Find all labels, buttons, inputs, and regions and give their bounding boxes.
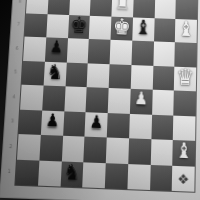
white-bishop[interactable]: ♝ [175,140,192,162]
square-c1[interactable]: ♞ [60,161,83,187]
rank-label: 3 [10,119,14,124]
square-a4[interactable] [20,85,43,110]
square-b3[interactable]: ♟ [41,110,64,136]
rank-label: 4 [12,94,16,99]
square-g6[interactable] [153,41,175,66]
rank-label: 5 [14,70,17,75]
square-a1[interactable] [15,159,39,185]
photo-background: 87654321 ❖ARCHER ♜♚♚♝♝♟♞♛♟♟♟♝♞❖ [0,0,200,200]
square-f2[interactable] [128,138,151,164]
square-d3[interactable]: ♟ [85,112,108,138]
square-e5[interactable] [109,64,132,89]
square-e7[interactable]: ♚ [111,16,133,40]
square-d1[interactable] [82,162,105,188]
white-rook[interactable]: ♜ [114,0,131,13]
rank-label: 1 [7,169,11,174]
square-e6[interactable] [110,40,132,65]
square-h1[interactable]: ❖ [172,165,195,191]
square-f5[interactable] [130,65,152,90]
square-c4[interactable] [64,86,87,111]
black-pawn[interactable]: ♟ [49,39,63,56]
square-c7[interactable]: ♚ [68,15,91,39]
square-b4[interactable] [42,85,65,110]
black-bishop[interactable]: ♝ [135,17,152,38]
square-f4[interactable]: ♟ [130,89,153,114]
square-e3[interactable] [107,113,130,139]
brand-corner-logo-icon: ❖ [177,171,189,185]
square-a2[interactable] [17,134,41,160]
black-pawn[interactable]: ♟ [45,112,60,130]
square-f1[interactable] [127,164,150,190]
square-f7[interactable]: ♝ [132,17,154,41]
rank-label: 7 [17,22,20,27]
square-g3[interactable] [151,114,174,140]
square-g8[interactable] [154,0,176,19]
square-d5[interactable] [87,63,110,88]
rank-label: 8 [18,0,21,3]
square-d8[interactable] [90,0,112,16]
black-knight[interactable]: ♞ [46,61,63,82]
chess-board: 87654321 ❖ARCHER ♜♚♚♝♝♟♞♛♟♟♟♝♞❖ [0,0,200,200]
black-king[interactable]: ♚ [70,13,89,36]
square-h7[interactable]: ♝ [175,19,197,43]
square-g2[interactable] [150,139,173,165]
square-e4[interactable] [108,88,131,113]
square-a8[interactable] [26,0,49,14]
square-b7[interactable] [46,14,69,38]
square-b1[interactable] [38,160,62,186]
square-a3[interactable] [19,109,42,135]
white-king[interactable]: ♚ [113,15,131,38]
square-g5[interactable] [152,65,174,90]
square-h2[interactable]: ♝ [172,140,195,166]
square-e1[interactable] [105,163,128,189]
white-pawn[interactable]: ♟ [134,91,148,109]
square-g4[interactable] [152,90,174,115]
square-f3[interactable] [129,113,152,139]
square-g1[interactable] [150,164,173,190]
black-knight[interactable]: ♞ [63,161,81,183]
square-d2[interactable] [84,137,107,163]
square-b5[interactable]: ♞ [43,61,66,86]
square-e2[interactable] [106,137,129,163]
square-a5[interactable] [22,60,45,85]
square-h5[interactable]: ♛ [174,66,196,91]
square-a6[interactable] [23,37,46,62]
white-bishop[interactable]: ♝ [178,18,194,39]
square-h4[interactable] [174,90,196,115]
black-pawn[interactable]: ♟ [89,114,103,132]
square-b8[interactable] [47,0,70,15]
square-d4[interactable] [86,87,109,112]
square-d6[interactable] [88,39,111,64]
square-f6[interactable] [131,41,153,66]
square-a7[interactable] [25,13,48,37]
square-b2[interactable] [39,135,62,161]
square-c6[interactable] [66,38,89,63]
white-queen[interactable]: ♛ [176,65,194,88]
rank-label: 6 [15,46,18,51]
square-c3[interactable] [63,111,86,137]
square-g7[interactable] [154,18,176,42]
rank-label: 2 [9,144,13,149]
square-d7[interactable] [89,15,111,39]
board-grid: ♜♚♚♝♝♟♞♛♟♟♟♝♞❖ [15,0,197,192]
square-c5[interactable] [65,62,88,87]
